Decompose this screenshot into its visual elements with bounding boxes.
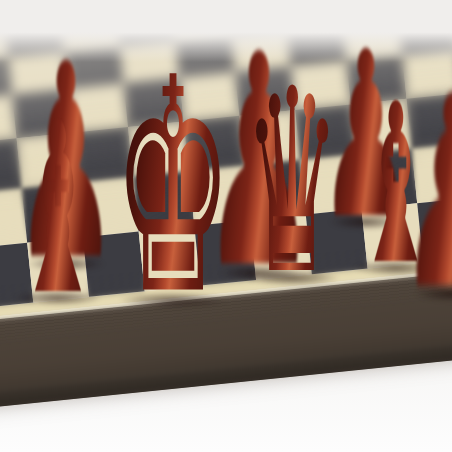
piece-king[interactable]: ♚ xyxy=(113,40,232,336)
piece-pawn-far-right[interactable]: ♟ xyxy=(399,62,452,326)
chessboard-photo: ♟♟♟♟♝♝♛♚ xyxy=(0,0,452,452)
piece-bishop-left[interactable]: ♝ xyxy=(14,92,102,327)
piece-queen[interactable]: ♛ xyxy=(244,55,340,309)
